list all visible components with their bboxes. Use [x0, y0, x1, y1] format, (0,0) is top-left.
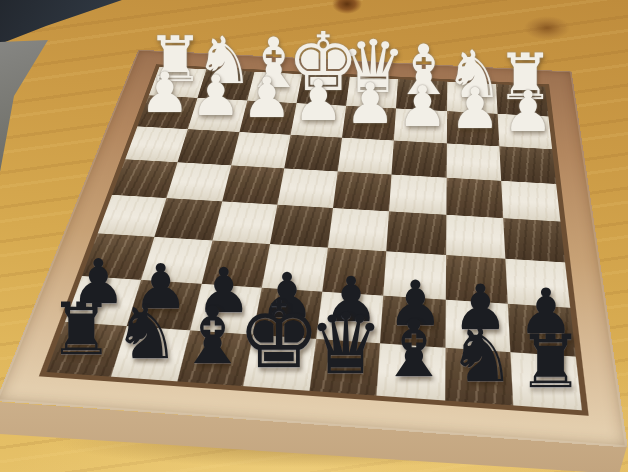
black-king-e8[interactable]: ♚ [237, 289, 320, 382]
black-bishop-f8[interactable]: ♝ [177, 296, 248, 375]
pieces-layer: ♜♞♝♛♚♝♞♜♟♟♟♟♟♟♟♟♟♟♟♟♟♟♟♟♜♞♝♛♚♝♞♜ [0, 0, 628, 472]
black-rook-h8[interactable]: ♜ [49, 293, 114, 365]
black-bishop-c8[interactable]: ♝ [378, 310, 450, 390]
white-pawn-c2[interactable]: ♟ [397, 78, 447, 134]
white-pawn-d2[interactable]: ♟ [345, 76, 395, 132]
white-pawn-f2[interactable]: ♟ [242, 70, 292, 126]
white-pawn-h2[interactable]: ♟ [140, 65, 190, 121]
black-knight-g8[interactable]: ♞ [113, 295, 180, 370]
white-pawn-a2[interactable]: ♟ [503, 84, 554, 140]
black-knight-b8[interactable]: ♞ [448, 318, 516, 393]
white-pawn-e2[interactable]: ♟ [293, 73, 343, 129]
white-pawn-g2[interactable]: ♟ [191, 68, 241, 124]
white-pawn-b2[interactable]: ♟ [450, 81, 501, 137]
black-rook-a8[interactable]: ♜ [518, 325, 584, 398]
